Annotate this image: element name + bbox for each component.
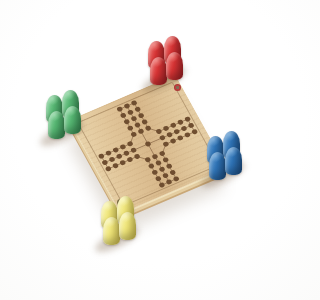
track-hole xyxy=(159,135,166,141)
track-hole xyxy=(123,103,130,109)
track-hole xyxy=(137,128,144,134)
track-hole xyxy=(162,172,169,178)
track-hole xyxy=(127,109,134,115)
track-hole xyxy=(127,141,134,147)
track-hole xyxy=(141,119,148,125)
track-hole xyxy=(144,141,151,147)
track-hole xyxy=(116,106,123,112)
track-hole xyxy=(112,147,119,153)
track-hole xyxy=(166,132,173,138)
track-hole xyxy=(151,153,158,159)
track-hole xyxy=(170,122,177,128)
ludo-board xyxy=(69,75,227,214)
track-hole xyxy=(169,169,176,175)
track-hole xyxy=(166,163,173,169)
track-hole xyxy=(173,176,180,182)
green-peg[interactable] xyxy=(48,111,65,139)
track-hole xyxy=(148,163,155,169)
track-hole xyxy=(155,160,162,166)
track-hole xyxy=(123,119,130,125)
track-hole xyxy=(169,138,176,144)
track-hole xyxy=(105,166,112,172)
track-hole xyxy=(134,122,141,128)
track-hole xyxy=(162,157,169,163)
track-hole xyxy=(127,125,134,131)
green-peg[interactable] xyxy=(64,106,81,134)
blue-peg[interactable] xyxy=(209,152,226,180)
track-hole xyxy=(159,150,166,156)
track-hole xyxy=(162,125,169,131)
yellow-peg[interactable] xyxy=(103,217,120,245)
track-hole xyxy=(165,179,172,185)
track-svg xyxy=(69,75,227,214)
track-hole xyxy=(188,122,195,128)
track-hole xyxy=(130,116,137,122)
track-hole xyxy=(101,159,108,165)
track-hole xyxy=(138,112,145,118)
track-hole xyxy=(184,116,191,122)
blue-peg[interactable] xyxy=(225,147,242,175)
track-hole xyxy=(98,153,105,159)
track-hole xyxy=(112,163,119,169)
track-hole xyxy=(131,100,138,106)
track-hole xyxy=(151,169,158,175)
scene xyxy=(0,0,300,300)
track-hole xyxy=(126,156,133,162)
track-hole xyxy=(177,119,184,125)
red-start-hole xyxy=(174,84,181,91)
track-hole xyxy=(158,166,165,172)
track-hole xyxy=(184,132,191,138)
track-hole xyxy=(191,129,198,135)
yellow-peg[interactable] xyxy=(119,212,136,240)
track-hole xyxy=(119,159,126,165)
track-hole xyxy=(130,131,137,137)
track-hole xyxy=(155,128,162,134)
track-hole xyxy=(134,106,141,112)
red-peg[interactable] xyxy=(166,52,183,80)
track-hole xyxy=(130,147,137,153)
track-hole xyxy=(119,144,126,150)
track-hole xyxy=(120,112,127,118)
track-hole xyxy=(155,176,162,182)
track-hole xyxy=(105,150,112,156)
track-hole xyxy=(116,153,123,159)
track-hole xyxy=(158,182,165,188)
track-hole xyxy=(134,153,141,159)
track-hole xyxy=(145,125,152,131)
track-hole xyxy=(177,135,184,141)
track-hole xyxy=(123,150,130,156)
track-hole xyxy=(144,157,151,163)
track-hole xyxy=(108,156,115,162)
track-hole xyxy=(180,125,187,131)
track-hole xyxy=(162,141,169,147)
track-hole xyxy=(173,128,180,134)
red-peg[interactable] xyxy=(150,57,167,85)
